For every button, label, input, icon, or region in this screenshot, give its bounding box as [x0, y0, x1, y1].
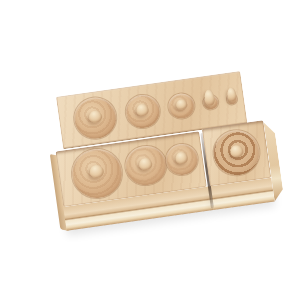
cylinder-knob — [88, 109, 103, 123]
front-left-block-cylinder-3 — [164, 142, 200, 177]
product-photo-scene — [0, 0, 300, 300]
front-right-block-cylinder-1 — [211, 127, 263, 178]
back-block-cylinder-3 — [167, 92, 196, 121]
back-block-cylinder-4 — [202, 94, 219, 110]
cylinder-knob — [89, 164, 105, 179]
cylinder-knob — [175, 152, 188, 165]
cylinder-knob — [229, 144, 244, 158]
cylinder-knob — [175, 99, 187, 111]
front-left-block-cylinder-1 — [69, 146, 125, 201]
cylinder-knob — [136, 103, 149, 116]
back-block-cylinder-2 — [124, 93, 162, 130]
cylinder-knob — [138, 157, 153, 171]
cylinder-blocks-assembly — [48, 66, 297, 233]
cylinder-knob — [203, 89, 215, 106]
cylinder-knob — [226, 87, 237, 102]
front-right-block — [202, 120, 271, 186]
back-block-cylinder-5 — [226, 94, 237, 105]
front-left-block-cylinder-2 — [122, 143, 168, 188]
back-block-cylinder-1 — [72, 95, 119, 141]
